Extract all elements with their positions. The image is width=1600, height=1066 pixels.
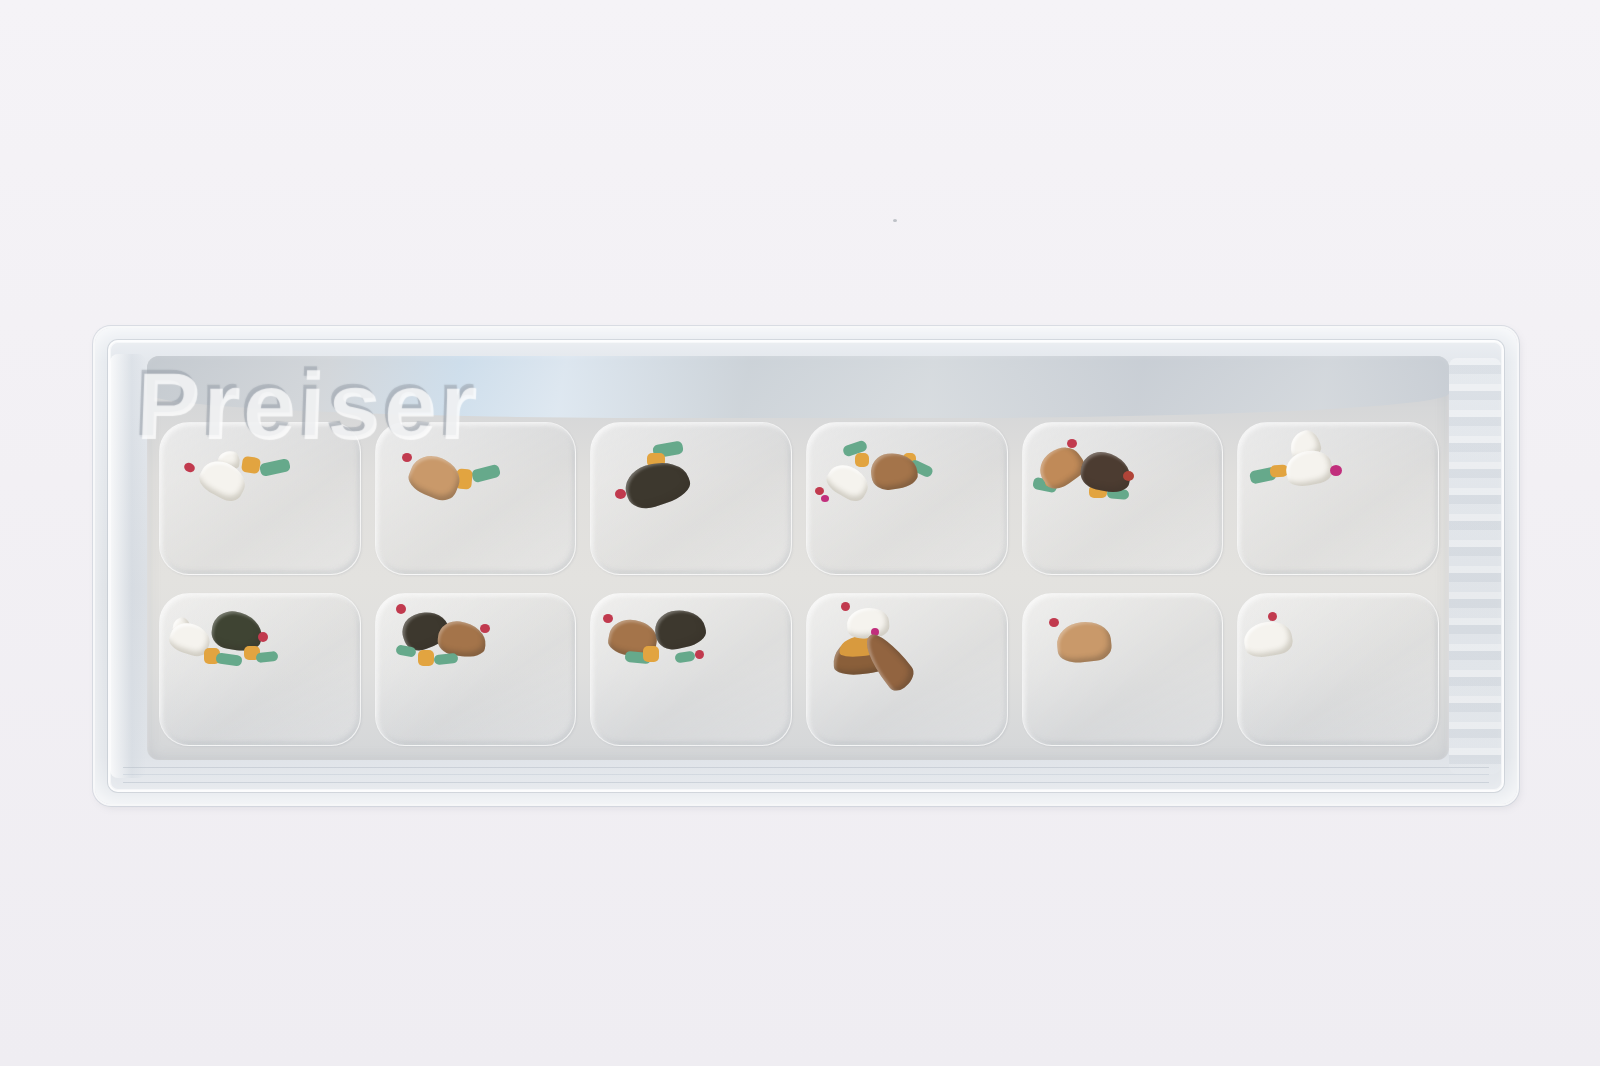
chicken-comb: [1067, 439, 1077, 448]
brown-hen-standing-figure: [807, 423, 1007, 574]
photo-background: Preiser: [0, 0, 1600, 1066]
chicken-beak: [871, 628, 879, 636]
chicken-body: [1077, 448, 1134, 496]
chicken-body: [210, 609, 265, 654]
compartment-grid: [159, 422, 1439, 746]
black-hen-figure: [376, 594, 576, 745]
chicken-base: [1106, 488, 1129, 500]
chicken-body: [1032, 440, 1089, 495]
embossed-brand-text: Preiser: [133, 350, 480, 459]
tray-compartment: [375, 593, 577, 746]
chicken-body: [195, 454, 252, 506]
box-bottom-rim-lines: [123, 761, 1489, 791]
tan-hen-sitting-figure: [1023, 594, 1223, 745]
chicken-base: [215, 652, 242, 667]
chicken-body: [652, 605, 709, 653]
chicken-comb: [695, 650, 704, 659]
chicken-body: [822, 459, 873, 506]
chicken-legs: [1089, 485, 1107, 498]
chicken-legs: [418, 650, 434, 666]
white-hen-pecking-figure: [807, 423, 1007, 574]
chicken-comb: [1330, 465, 1342, 476]
chicken-base: [256, 651, 279, 663]
chicken-legs: [1045, 473, 1059, 487]
chicken-base: [1032, 477, 1058, 494]
chicken-body: [1055, 619, 1113, 664]
chicken-tail: [1287, 428, 1323, 463]
chicken-comb: [815, 487, 824, 495]
brown-hen-figure: [591, 594, 791, 745]
brown-hen-figure: [376, 594, 576, 745]
chicken-legs: [643, 646, 659, 662]
chicken-comb: [603, 614, 613, 623]
tray-compartment: [1237, 422, 1439, 575]
tray-compartment: [159, 593, 361, 746]
tray-compartment: [1022, 593, 1224, 746]
chicken-comb: [1123, 471, 1134, 481]
chicken-legs: [1270, 464, 1289, 478]
dark-green-hen-pecking-figure: [160, 594, 360, 745]
chicken-comb: [1268, 612, 1277, 621]
brown-tail-piece-figure: [807, 594, 1007, 745]
dark-brown-hen-pecking-figure: [1023, 423, 1223, 574]
chicken-base: [395, 644, 416, 657]
tan-hen-leaning-figure: [1023, 423, 1223, 574]
chicken-legs: [204, 648, 220, 664]
chicken-comb: [841, 602, 850, 611]
chicken-legs: [647, 453, 665, 467]
chicken-bowl: [831, 635, 892, 677]
tray-compartment: [806, 422, 1008, 575]
product-box: Preiser: [95, 328, 1517, 804]
chicken-body: [607, 616, 661, 660]
tray-compartment: [806, 593, 1008, 746]
chicken-body: [1283, 447, 1335, 490]
tray-compartment: [590, 422, 792, 575]
chicken-base: [652, 440, 684, 458]
tray-compartment: [1022, 422, 1224, 575]
white-hen-sitting-figure: [1238, 594, 1438, 745]
chicken-comb: [258, 632, 268, 642]
chicken-bowl-fill: [838, 634, 886, 659]
chicken-base: [433, 653, 458, 665]
tray-compartment: [1237, 593, 1439, 746]
feed-basket-figure: [807, 594, 1007, 745]
chicken-legs: [455, 468, 473, 489]
white-hen-on-basket-figure: [807, 594, 1007, 745]
chicken-body: [620, 454, 694, 514]
chicken-comb: [183, 461, 197, 474]
chicken-legs: [855, 453, 869, 467]
white-hen-standing-figure: [160, 594, 360, 745]
dust-speck: [893, 219, 897, 222]
chicken-body: [436, 619, 488, 659]
chicken-legs: [244, 646, 260, 660]
white-rooster-figure: [1238, 423, 1438, 574]
box-right-wall-ribs: [1449, 358, 1501, 774]
chicken-comb: [615, 489, 626, 499]
chicken-body: [869, 450, 920, 492]
chicken-body: [846, 606, 891, 640]
chicken-body: [397, 605, 453, 656]
chicken-comb: [1049, 618, 1059, 627]
chicken-comb: [396, 604, 406, 614]
chicken-base: [625, 651, 652, 665]
chicken-base: [259, 458, 291, 477]
chicken-body: [1242, 618, 1295, 660]
chicken-base: [675, 651, 696, 664]
chicken-base: [1249, 466, 1277, 484]
chicken-legs: [903, 453, 916, 465]
chicken-base: [908, 458, 934, 478]
chicken-tail: [857, 627, 919, 694]
chicken-body: [166, 619, 213, 660]
black-hen-figure: [591, 594, 791, 745]
chicken-tail: [170, 615, 192, 636]
chicken-comb: [480, 624, 490, 633]
chicken-base: [470, 464, 500, 484]
tray-compartment: [590, 593, 792, 746]
black-hen-pecking-figure: [591, 423, 791, 574]
chicken-base: [842, 440, 868, 458]
chicken-beak: [821, 495, 829, 502]
